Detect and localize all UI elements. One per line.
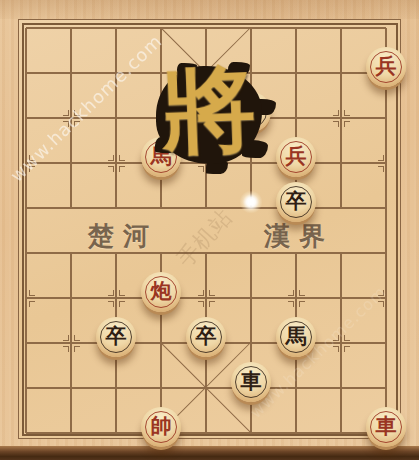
point-marker [333,121,339,127]
piece-glyph: 兵 [366,46,406,86]
point-marker [378,155,384,161]
top-shade [0,0,419,19]
grid-v-line [70,253,71,433]
point-marker [119,301,125,307]
point-marker [333,110,339,116]
piece-glyph: 車 [231,361,271,401]
point-marker [119,290,125,296]
point-marker [74,110,80,116]
point-marker [198,301,204,307]
grid-v-line [70,28,71,208]
red-piece-車[interactable]: 車 [366,407,406,447]
piece-glyph: 卒 [186,316,226,356]
red-piece-兵[interactable]: 兵 [276,137,316,177]
point-marker [299,290,305,296]
point-marker [288,301,294,307]
point-marker [108,166,114,172]
point-marker [299,301,305,307]
point-marker [74,121,80,127]
piece-glyph: 炮 [141,271,181,311]
point-marker [29,166,35,172]
point-marker [63,346,69,352]
grid-v-line [115,28,116,208]
piece-glyph: 卒 [96,316,136,356]
point-marker [378,166,384,172]
board-bottom-edge [0,446,419,460]
piece-glyph: 馬 [276,316,316,356]
point-marker [209,166,215,172]
point-marker [378,301,384,307]
point-marker [108,290,114,296]
point-marker [119,166,125,172]
piece-glyph: 車 [366,406,406,446]
point-marker [63,121,69,127]
point-marker [198,166,204,172]
black-piece-卒[interactable]: 卒 [96,317,136,357]
point-marker [288,290,294,296]
piece-glyph: 卒 [276,181,316,221]
point-marker [333,346,339,352]
point-marker [209,301,215,307]
point-marker [344,110,350,116]
point-marker [29,155,35,161]
point-marker [63,335,69,341]
grid-v-line [25,28,26,433]
red-piece-兵[interactable]: 兵 [366,47,406,87]
piece-glyph: 帥 [141,406,181,446]
grid-v-line [340,253,341,433]
point-marker [29,290,35,296]
point-marker [63,110,69,116]
point-marker [209,290,215,296]
check-badge-ink-blob [156,66,262,164]
river-label-han-jie: 漢界 [264,219,334,254]
point-marker [344,121,350,127]
black-piece-馬[interactable]: 馬 [276,317,316,357]
red-piece-帥[interactable]: 帥 [141,407,181,447]
black-piece-車[interactable]: 車 [231,362,271,402]
black-piece-卒[interactable]: 卒 [276,182,316,222]
river-label-chu-he: 楚河 [88,219,158,254]
red-piece-炮[interactable]: 炮 [141,272,181,312]
point-marker [119,155,125,161]
piece-glyph: 兵 [276,136,316,176]
point-marker [74,335,80,341]
point-marker [74,346,80,352]
black-piece-卒[interactable]: 卒 [186,317,226,357]
point-marker [378,290,384,296]
point-marker [198,290,204,296]
grid-v-line [385,28,386,433]
point-marker [333,335,339,341]
point-marker [344,346,350,352]
point-marker [344,335,350,341]
xiangqi-board[interactable]: 楚河 漢界 兵将馬兵卒炮卒卒馬車帥車 將 www.hackhome.com手机站… [0,0,419,460]
grid-v-line [340,28,341,208]
point-marker [108,155,114,161]
point-marker [108,301,114,307]
point-marker [29,301,35,307]
